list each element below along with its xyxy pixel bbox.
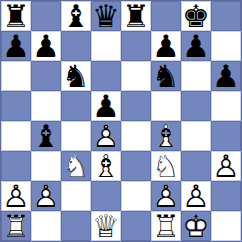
square-c2[interactable]	[61, 181, 91, 211]
square-g7[interactable]: ♟	[181, 31, 211, 61]
square-f7[interactable]: ♟	[151, 31, 181, 61]
square-h5[interactable]	[211, 91, 241, 121]
piece-white-pawn[interactable]: ♙	[181, 181, 211, 211]
piece-white-queen-fill: ♛	[91, 211, 121, 241]
square-e5[interactable]	[121, 91, 151, 121]
piece-black-queen[interactable]: ♛	[91, 1, 121, 31]
piece-white-knight-fill: ♞	[151, 151, 181, 181]
square-e7[interactable]	[121, 31, 151, 61]
piece-black-rook[interactable]: ♜	[121, 1, 151, 31]
square-h3[interactable]: ♟♙	[211, 151, 241, 181]
square-d8[interactable]: ♛	[91, 1, 121, 31]
piece-black-bishop[interactable]: ♝	[61, 1, 91, 31]
piece-white-king-fill: ♚	[181, 211, 211, 241]
square-f2[interactable]: ♟♙	[151, 181, 181, 211]
piece-white-pawn-fill: ♟	[91, 121, 121, 151]
square-e6[interactable]	[121, 61, 151, 91]
square-d5[interactable]: ♟	[91, 91, 121, 121]
square-g8[interactable]: ♚	[181, 1, 211, 31]
square-e4[interactable]	[121, 121, 151, 151]
chess-board: ♜♝♛♜♚♟♟♟♟♞♞♟♟♝♟♙♝♗♞♘♝♗♞♘♟♙♟♙♟♙♟♙♟♙♜♖♛♕♜♖…	[0, 0, 242, 242]
piece-white-knight[interactable]: ♘	[61, 151, 91, 181]
square-g1[interactable]: ♚♔	[181, 211, 211, 241]
piece-white-pawn[interactable]: ♙	[151, 181, 181, 211]
square-c4[interactable]	[61, 121, 91, 151]
square-a5[interactable]	[1, 91, 31, 121]
square-d2[interactable]	[91, 181, 121, 211]
piece-white-pawn[interactable]: ♙	[31, 181, 61, 211]
square-h6[interactable]: ♟	[211, 61, 241, 91]
square-h2[interactable]	[211, 181, 241, 211]
square-a4[interactable]	[1, 121, 31, 151]
piece-white-rook-fill: ♜	[151, 211, 181, 241]
piece-black-rook[interactable]: ♜	[1, 1, 31, 31]
piece-black-knight[interactable]: ♞	[151, 61, 181, 91]
piece-black-king[interactable]: ♚	[181, 1, 211, 31]
piece-black-pawn[interactable]: ♟	[1, 31, 31, 61]
square-h1[interactable]	[211, 211, 241, 241]
piece-black-pawn[interactable]: ♟	[181, 31, 211, 61]
square-g2[interactable]: ♟♙	[181, 181, 211, 211]
square-a8[interactable]: ♜	[1, 1, 31, 31]
piece-white-pawn-fill: ♟	[151, 181, 181, 211]
piece-white-king[interactable]: ♔	[181, 211, 211, 241]
piece-white-rook-fill: ♜	[1, 211, 31, 241]
square-b7[interactable]: ♟	[31, 31, 61, 61]
square-f1[interactable]: ♜♖	[151, 211, 181, 241]
piece-white-rook[interactable]: ♖	[1, 211, 31, 241]
piece-black-knight[interactable]: ♞	[61, 61, 91, 91]
piece-black-pawn[interactable]: ♟	[211, 61, 241, 91]
piece-white-bishop[interactable]: ♗	[151, 121, 181, 151]
square-f6[interactable]: ♞	[151, 61, 181, 91]
square-c3[interactable]: ♞♘	[61, 151, 91, 181]
square-g5[interactable]	[181, 91, 211, 121]
square-a3[interactable]	[1, 151, 31, 181]
square-g6[interactable]	[181, 61, 211, 91]
piece-white-pawn-fill: ♟	[211, 151, 241, 181]
square-f5[interactable]	[151, 91, 181, 121]
piece-black-pawn[interactable]: ♟	[91, 91, 121, 121]
piece-white-bishop-fill: ♝	[91, 151, 121, 181]
square-b4[interactable]: ♝	[31, 121, 61, 151]
square-h7[interactable]	[211, 31, 241, 61]
square-e2[interactable]	[121, 181, 151, 211]
square-f3[interactable]: ♞♘	[151, 151, 181, 181]
square-d3[interactable]: ♝♗	[91, 151, 121, 181]
piece-white-knight-fill: ♞	[61, 151, 91, 181]
square-a2[interactable]: ♟♙	[1, 181, 31, 211]
square-a1[interactable]: ♜♖	[1, 211, 31, 241]
square-e3[interactable]	[121, 151, 151, 181]
piece-white-queen[interactable]: ♕	[91, 211, 121, 241]
piece-black-pawn[interactable]: ♟	[151, 31, 181, 61]
square-b2[interactable]: ♟♙	[31, 181, 61, 211]
square-d4[interactable]: ♟♙	[91, 121, 121, 151]
square-e8[interactable]: ♜	[121, 1, 151, 31]
square-h4[interactable]	[211, 121, 241, 151]
piece-white-knight[interactable]: ♘	[151, 151, 181, 181]
square-b8[interactable]	[31, 1, 61, 31]
piece-white-pawn-fill: ♟	[181, 181, 211, 211]
square-d6[interactable]	[91, 61, 121, 91]
square-f4[interactable]: ♝♗	[151, 121, 181, 151]
piece-white-bishop-fill: ♝	[151, 121, 181, 151]
square-d7[interactable]	[91, 31, 121, 61]
piece-white-pawn-fill: ♟	[1, 181, 31, 211]
piece-white-pawn[interactable]: ♙	[1, 181, 31, 211]
square-b3[interactable]	[31, 151, 61, 181]
square-c1[interactable]	[61, 211, 91, 241]
piece-black-pawn[interactable]: ♟	[31, 31, 61, 61]
square-b1[interactable]	[31, 211, 61, 241]
square-f8[interactable]	[151, 1, 181, 31]
piece-black-bishop[interactable]: ♝	[31, 121, 61, 151]
piece-white-rook[interactable]: ♖	[151, 211, 181, 241]
square-g3[interactable]	[181, 151, 211, 181]
square-a7[interactable]: ♟	[1, 31, 31, 61]
square-c5[interactable]	[61, 91, 91, 121]
piece-white-pawn[interactable]: ♙	[211, 151, 241, 181]
square-a6[interactable]	[1, 61, 31, 91]
piece-white-pawn-fill: ♟	[31, 181, 61, 211]
square-c7[interactable]	[61, 31, 91, 61]
square-b5[interactable]	[31, 91, 61, 121]
square-e1[interactable]	[121, 211, 151, 241]
square-b6[interactable]	[31, 61, 61, 91]
square-h8[interactable]	[211, 1, 241, 31]
square-g4[interactable]	[181, 121, 211, 151]
square-d1[interactable]: ♛♕	[91, 211, 121, 241]
piece-white-pawn[interactable]: ♙	[91, 121, 121, 151]
piece-white-bishop[interactable]: ♗	[91, 151, 121, 181]
square-c8[interactable]: ♝	[61, 1, 91, 31]
square-c6[interactable]: ♞	[61, 61, 91, 91]
